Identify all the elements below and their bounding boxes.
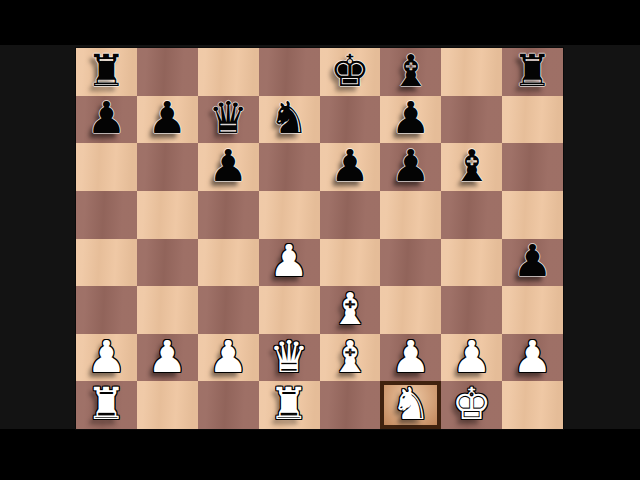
white-pawn-d4[interactable]: ♟ <box>269 239 308 283</box>
black-pawn-e6[interactable]: ♟ <box>330 144 369 188</box>
board-square-b3[interactable] <box>137 286 198 334</box>
white-queen-d2[interactable]: ♛ <box>269 335 308 379</box>
board-square-e4[interactable] <box>320 239 381 287</box>
board-square-f5[interactable] <box>380 191 441 239</box>
board-square-c5[interactable] <box>198 191 259 239</box>
board-square-f2[interactable]: ♟ <box>380 334 441 382</box>
white-pawn-b2[interactable]: ♟ <box>148 335 187 379</box>
board-square-c3[interactable] <box>198 286 259 334</box>
board-square-a6[interactable] <box>76 143 137 191</box>
board-square-h6[interactable] <box>502 143 563 191</box>
board-square-e5[interactable] <box>320 191 381 239</box>
board-square-e2[interactable]: ♝ <box>320 334 381 382</box>
white-bishop-e3[interactable]: ♝ <box>330 287 369 331</box>
letterbox-top-bar <box>0 0 640 45</box>
board-square-b4[interactable] <box>137 239 198 287</box>
board-square-d1[interactable]: ♜ <box>259 381 320 429</box>
letterbox-bottom-bar <box>0 429 640 480</box>
black-rook-a8[interactable]: ♜ <box>87 49 126 93</box>
board-square-d8[interactable] <box>259 48 320 96</box>
board-square-a7[interactable]: ♟ <box>76 96 137 144</box>
board-square-g5[interactable] <box>441 191 502 239</box>
board-square-c1[interactable] <box>198 381 259 429</box>
board-square-f1[interactable]: ♞ <box>380 381 441 429</box>
board-square-d7[interactable]: ♞ <box>259 96 320 144</box>
board-square-a1[interactable]: ♜ <box>76 381 137 429</box>
black-rook-h8[interactable]: ♜ <box>513 49 552 93</box>
board-square-e7[interactable] <box>320 96 381 144</box>
board-square-f8[interactable]: ♝ <box>380 48 441 96</box>
black-pawn-c6[interactable]: ♟ <box>208 144 247 188</box>
board-square-a5[interactable] <box>76 191 137 239</box>
board-square-b7[interactable]: ♟ <box>137 96 198 144</box>
white-rook-d1[interactable]: ♜ <box>269 382 308 426</box>
black-pawn-f6[interactable]: ♟ <box>391 144 430 188</box>
white-pawn-f2[interactable]: ♟ <box>391 335 430 379</box>
board-square-c4[interactable] <box>198 239 259 287</box>
board-square-c6[interactable]: ♟ <box>198 143 259 191</box>
board-square-g7[interactable] <box>441 96 502 144</box>
black-pawn-a7[interactable]: ♟ <box>87 96 126 140</box>
white-pawn-a2[interactable]: ♟ <box>87 335 126 379</box>
board-square-h8[interactable]: ♜ <box>502 48 563 96</box>
black-bishop-g6[interactable]: ♝ <box>452 144 491 188</box>
board-square-h1[interactable] <box>502 381 563 429</box>
board-square-b2[interactable]: ♟ <box>137 334 198 382</box>
board-square-d6[interactable] <box>259 143 320 191</box>
board-square-b6[interactable] <box>137 143 198 191</box>
board-square-a8[interactable]: ♜ <box>76 48 137 96</box>
board-square-e1[interactable] <box>320 381 381 429</box>
white-king-g1[interactable]: ♚ <box>452 382 491 426</box>
board-square-f4[interactable] <box>380 239 441 287</box>
board-square-e6[interactable]: ♟ <box>320 143 381 191</box>
board-square-d2[interactable]: ♛ <box>259 334 320 382</box>
board-square-f3[interactable] <box>380 286 441 334</box>
board-square-d3[interactable] <box>259 286 320 334</box>
white-pawn-h2[interactable]: ♟ <box>513 335 552 379</box>
board-square-b8[interactable] <box>137 48 198 96</box>
board-square-h4[interactable]: ♟ <box>502 239 563 287</box>
board-square-c8[interactable] <box>198 48 259 96</box>
board-square-e8[interactable]: ♚ <box>320 48 381 96</box>
board-square-e3[interactable]: ♝ <box>320 286 381 334</box>
white-rook-a1[interactable]: ♜ <box>87 382 126 426</box>
board-square-a2[interactable]: ♟ <box>76 334 137 382</box>
board-square-c2[interactable]: ♟ <box>198 334 259 382</box>
white-bishop-e2[interactable]: ♝ <box>330 335 369 379</box>
black-king-e8[interactable]: ♚ <box>330 49 369 93</box>
black-pawn-b7[interactable]: ♟ <box>148 96 187 140</box>
board-square-g1[interactable]: ♚ <box>441 381 502 429</box>
board-square-g2[interactable]: ♟ <box>441 334 502 382</box>
board-square-f6[interactable]: ♟ <box>380 143 441 191</box>
board-square-h2[interactable]: ♟ <box>502 334 563 382</box>
board-square-b1[interactable] <box>137 381 198 429</box>
board-square-g6[interactable]: ♝ <box>441 143 502 191</box>
board-square-g4[interactable] <box>441 239 502 287</box>
black-queen-c7[interactable]: ♛ <box>208 96 247 140</box>
black-pawn-f7[interactable]: ♟ <box>391 96 430 140</box>
video-frame: ♜♚♝♜♟♟♛♞♟♟♟♟♝♟♟♝♟♟♟♛♝♟♟♟♜♜♞♚ <box>0 0 640 480</box>
board-square-h3[interactable] <box>502 286 563 334</box>
board-square-a4[interactable] <box>76 239 137 287</box>
board-square-d5[interactable] <box>259 191 320 239</box>
board-square-g3[interactable] <box>441 286 502 334</box>
board-square-b5[interactable] <box>137 191 198 239</box>
board-square-c7[interactable]: ♛ <box>198 96 259 144</box>
black-pawn-h4[interactable]: ♟ <box>513 239 552 283</box>
white-pawn-g2[interactable]: ♟ <box>452 335 491 379</box>
chess-board: ♜♚♝♜♟♟♛♞♟♟♟♟♝♟♟♝♟♟♟♛♝♟♟♟♜♜♞♚ <box>75 47 564 430</box>
black-knight-d7[interactable]: ♞ <box>269 96 308 140</box>
board-square-f7[interactable]: ♟ <box>380 96 441 144</box>
board-square-d4[interactable]: ♟ <box>259 239 320 287</box>
white-knight-f1[interactable]: ♞ <box>391 382 430 426</box>
black-bishop-f8[interactable]: ♝ <box>391 49 430 93</box>
board-square-h7[interactable] <box>502 96 563 144</box>
white-pawn-c2[interactable]: ♟ <box>208 335 247 379</box>
board-square-h5[interactable] <box>502 191 563 239</box>
board-square-g8[interactable] <box>441 48 502 96</box>
board-square-a3[interactable] <box>76 286 137 334</box>
